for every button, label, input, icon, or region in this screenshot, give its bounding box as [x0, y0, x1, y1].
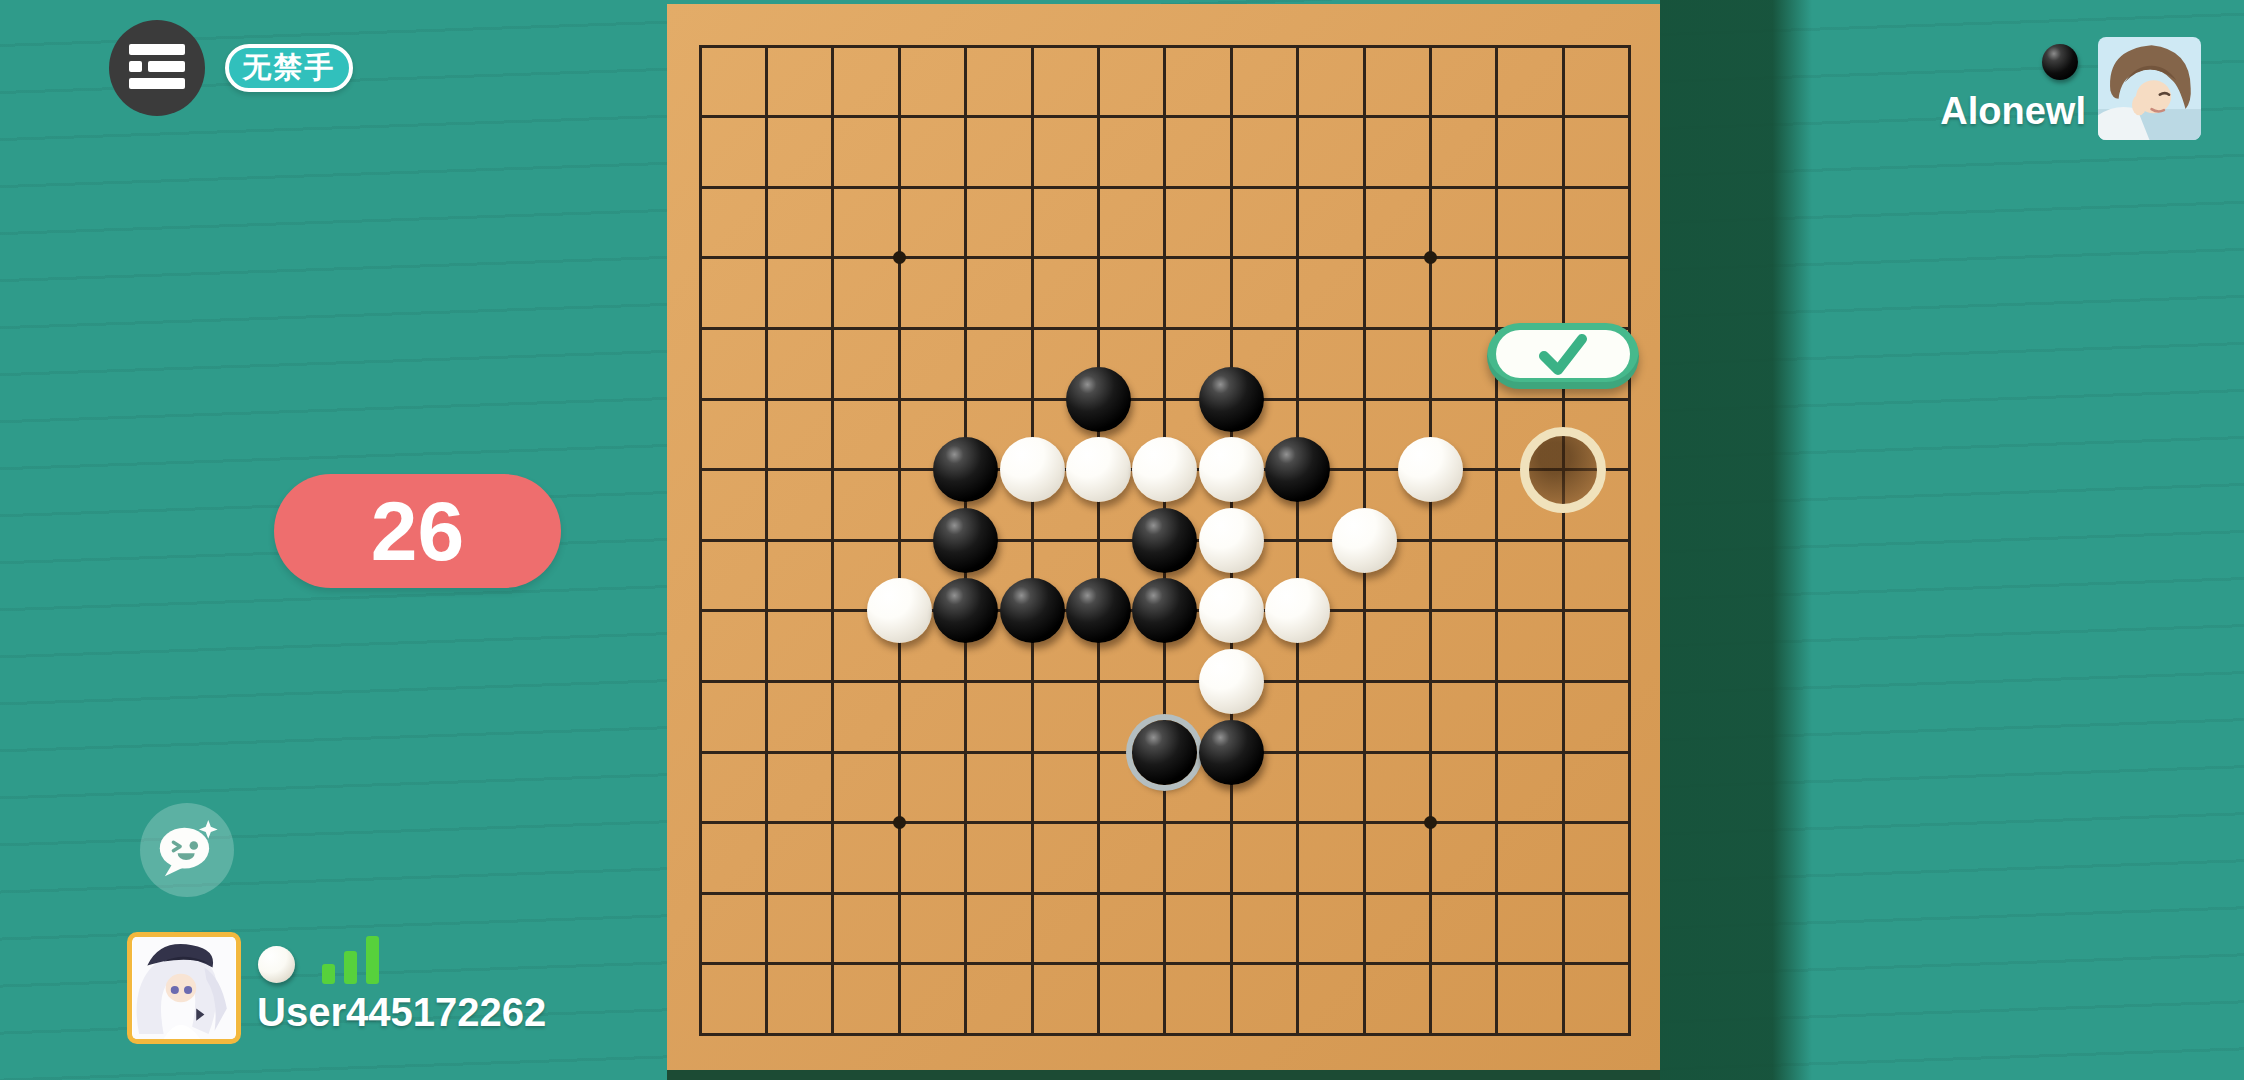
black-stone: [1066, 578, 1131, 643]
grid-line: [699, 962, 1632, 965]
black-stone: [933, 578, 998, 643]
timer-pill: 26: [274, 474, 561, 588]
white-stone: [1398, 437, 1463, 502]
rule-badge-label: 无禁手: [243, 48, 336, 88]
hamburger-icon: [127, 42, 187, 95]
opponent-name: Alonewl: [1940, 90, 2086, 133]
pending-move-marker[interactable]: [1520, 427, 1606, 513]
white-stone: [1199, 649, 1264, 714]
white-stone: [1066, 437, 1131, 502]
grid-line: [699, 892, 1632, 895]
black-stone: [1132, 720, 1197, 785]
white-stone: [867, 578, 932, 643]
board-shadow: [1660, 0, 1812, 1080]
white-stone: [1332, 508, 1397, 573]
black-stone: [1132, 508, 1197, 573]
chat-button[interactable]: [140, 803, 234, 897]
grid-line: [1628, 45, 1631, 1036]
black-stone: [1132, 578, 1197, 643]
white-stone: [1000, 437, 1065, 502]
opponent-stone-color-icon: [2042, 44, 2078, 80]
black-stone: [1000, 578, 1065, 643]
rule-badge: 无禁手: [225, 44, 353, 92]
star-point: [893, 251, 906, 264]
self-avatar: [127, 932, 241, 1044]
game-screen: 无禁手 26 Alonewl: [0, 0, 2244, 1080]
star-point: [1424, 251, 1437, 264]
white-stone: [1199, 508, 1264, 573]
confirm-move-button[interactable]: [1487, 323, 1639, 389]
gomoku-board[interactable]: [667, 4, 1660, 1070]
check-icon: [1496, 330, 1630, 378]
timer-value: 26: [371, 483, 464, 580]
self-name: User445172262: [257, 990, 546, 1035]
chat-bubble-smiley-icon: [147, 809, 227, 892]
connection-signal-icon: [322, 934, 382, 984]
black-stone: [1066, 367, 1131, 432]
black-stone: [933, 437, 998, 502]
black-stone: [933, 508, 998, 573]
black-stone: [1199, 367, 1264, 432]
star-point: [893, 816, 906, 829]
grid-line: [1562, 45, 1565, 1036]
white-stone: [1265, 578, 1330, 643]
menu-button[interactable]: [109, 20, 205, 116]
black-stone: [1265, 437, 1330, 502]
white-stone: [1199, 578, 1264, 643]
white-stone: [1132, 437, 1197, 502]
grid-line: [1296, 45, 1299, 1036]
self-stone-color-icon: [258, 946, 295, 983]
grid-line: [699, 680, 1632, 683]
white-stone: [1199, 437, 1264, 502]
black-stone: [1199, 720, 1264, 785]
grid-line: [1495, 45, 1498, 1036]
grid-line: [699, 1033, 1632, 1036]
grid-line: [699, 821, 1632, 824]
board-shadow-bottom: [667, 1070, 1660, 1080]
star-point: [1424, 816, 1437, 829]
opponent-avatar: [2098, 37, 2201, 140]
grid-line: [1429, 45, 1432, 1036]
